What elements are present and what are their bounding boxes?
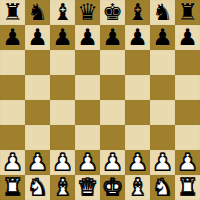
square-g6[interactable] [150, 50, 175, 75]
square-h6[interactable] [175, 50, 200, 75]
square-d1[interactable]: ♛ [75, 175, 100, 200]
square-h5[interactable] [175, 75, 200, 100]
black-pawn[interactable]: ♟ [127, 25, 148, 50]
square-f7[interactable]: ♟ [125, 25, 150, 50]
square-d5[interactable] [75, 75, 100, 100]
white-queen[interactable]: ♛ [77, 175, 98, 200]
black-rook[interactable]: ♜ [177, 0, 198, 25]
square-c3[interactable] [50, 125, 75, 150]
square-c6[interactable] [50, 50, 75, 75]
black-pawn[interactable]: ♟ [102, 25, 123, 50]
square-f6[interactable] [125, 50, 150, 75]
black-pawn[interactable]: ♟ [27, 25, 48, 50]
square-a4[interactable] [0, 100, 25, 125]
square-f2[interactable]: ♟ [125, 150, 150, 175]
square-f3[interactable] [125, 125, 150, 150]
square-d3[interactable] [75, 125, 100, 150]
square-d4[interactable] [75, 100, 100, 125]
black-pawn[interactable]: ♟ [2, 25, 23, 50]
black-queen[interactable]: ♛ [77, 0, 98, 25]
black-pawn[interactable]: ♟ [177, 25, 198, 50]
square-c1[interactable]: ♝ [50, 175, 75, 200]
black-pawn[interactable]: ♟ [52, 25, 73, 50]
square-e6[interactable] [100, 50, 125, 75]
square-h4[interactable] [175, 100, 200, 125]
square-b2[interactable]: ♟ [25, 150, 50, 175]
square-g2[interactable]: ♟ [150, 150, 175, 175]
square-b3[interactable] [25, 125, 50, 150]
square-e1[interactable]: ♚ [100, 175, 125, 200]
square-a6[interactable] [0, 50, 25, 75]
chess-board: ♜♞♝♛♚♝♞♜♟♟♟♟♟♟♟♟♟♟♟♟♟♟♟♟♜♞♝♛♚♝♞♜ [0, 0, 200, 200]
white-pawn[interactable]: ♟ [77, 150, 98, 175]
white-rook[interactable]: ♜ [2, 175, 23, 200]
square-g8[interactable]: ♞ [150, 0, 175, 25]
white-king[interactable]: ♚ [102, 175, 123, 200]
square-b8[interactable]: ♞ [25, 0, 50, 25]
square-e3[interactable] [100, 125, 125, 150]
square-b6[interactable] [25, 50, 50, 75]
white-pawn[interactable]: ♟ [177, 150, 198, 175]
white-knight[interactable]: ♞ [152, 175, 173, 200]
square-a5[interactable] [0, 75, 25, 100]
square-g3[interactable] [150, 125, 175, 150]
white-pawn[interactable]: ♟ [102, 150, 123, 175]
square-f1[interactable]: ♝ [125, 175, 150, 200]
white-pawn[interactable]: ♟ [27, 150, 48, 175]
white-bishop[interactable]: ♝ [127, 175, 148, 200]
square-b4[interactable] [25, 100, 50, 125]
white-pawn[interactable]: ♟ [52, 150, 73, 175]
square-h2[interactable]: ♟ [175, 150, 200, 175]
square-h3[interactable] [175, 125, 200, 150]
square-d2[interactable]: ♟ [75, 150, 100, 175]
square-h7[interactable]: ♟ [175, 25, 200, 50]
black-knight[interactable]: ♞ [27, 0, 48, 25]
square-h8[interactable]: ♜ [175, 0, 200, 25]
square-b1[interactable]: ♞ [25, 175, 50, 200]
square-a1[interactable]: ♜ [0, 175, 25, 200]
square-f5[interactable] [125, 75, 150, 100]
square-f4[interactable] [125, 100, 150, 125]
white-pawn[interactable]: ♟ [2, 150, 23, 175]
square-b5[interactable] [25, 75, 50, 100]
white-bishop[interactable]: ♝ [52, 175, 73, 200]
square-g7[interactable]: ♟ [150, 25, 175, 50]
square-a2[interactable]: ♟ [0, 150, 25, 175]
square-b7[interactable]: ♟ [25, 25, 50, 50]
black-pawn[interactable]: ♟ [152, 25, 173, 50]
black-knight[interactable]: ♞ [152, 0, 173, 25]
square-e7[interactable]: ♟ [100, 25, 125, 50]
white-rook[interactable]: ♜ [177, 175, 198, 200]
square-d7[interactable]: ♟ [75, 25, 100, 50]
white-pawn[interactable]: ♟ [152, 150, 173, 175]
square-a7[interactable]: ♟ [0, 25, 25, 50]
square-c2[interactable]: ♟ [50, 150, 75, 175]
black-bishop[interactable]: ♝ [127, 0, 148, 25]
square-c7[interactable]: ♟ [50, 25, 75, 50]
square-g5[interactable] [150, 75, 175, 100]
square-e8[interactable]: ♚ [100, 0, 125, 25]
black-rook[interactable]: ♜ [2, 0, 23, 25]
square-f8[interactable]: ♝ [125, 0, 150, 25]
square-g4[interactable] [150, 100, 175, 125]
square-e4[interactable] [100, 100, 125, 125]
square-d6[interactable] [75, 50, 100, 75]
square-c8[interactable]: ♝ [50, 0, 75, 25]
square-e5[interactable] [100, 75, 125, 100]
black-king[interactable]: ♚ [102, 0, 123, 25]
square-c5[interactable] [50, 75, 75, 100]
square-h1[interactable]: ♜ [175, 175, 200, 200]
white-knight[interactable]: ♞ [27, 175, 48, 200]
white-pawn[interactable]: ♟ [127, 150, 148, 175]
black-pawn[interactable]: ♟ [77, 25, 98, 50]
square-c4[interactable] [50, 100, 75, 125]
black-bishop[interactable]: ♝ [52, 0, 73, 25]
square-a8[interactable]: ♜ [0, 0, 25, 25]
square-a3[interactable] [0, 125, 25, 150]
square-g1[interactable]: ♞ [150, 175, 175, 200]
square-d8[interactable]: ♛ [75, 0, 100, 25]
square-e2[interactable]: ♟ [100, 150, 125, 175]
